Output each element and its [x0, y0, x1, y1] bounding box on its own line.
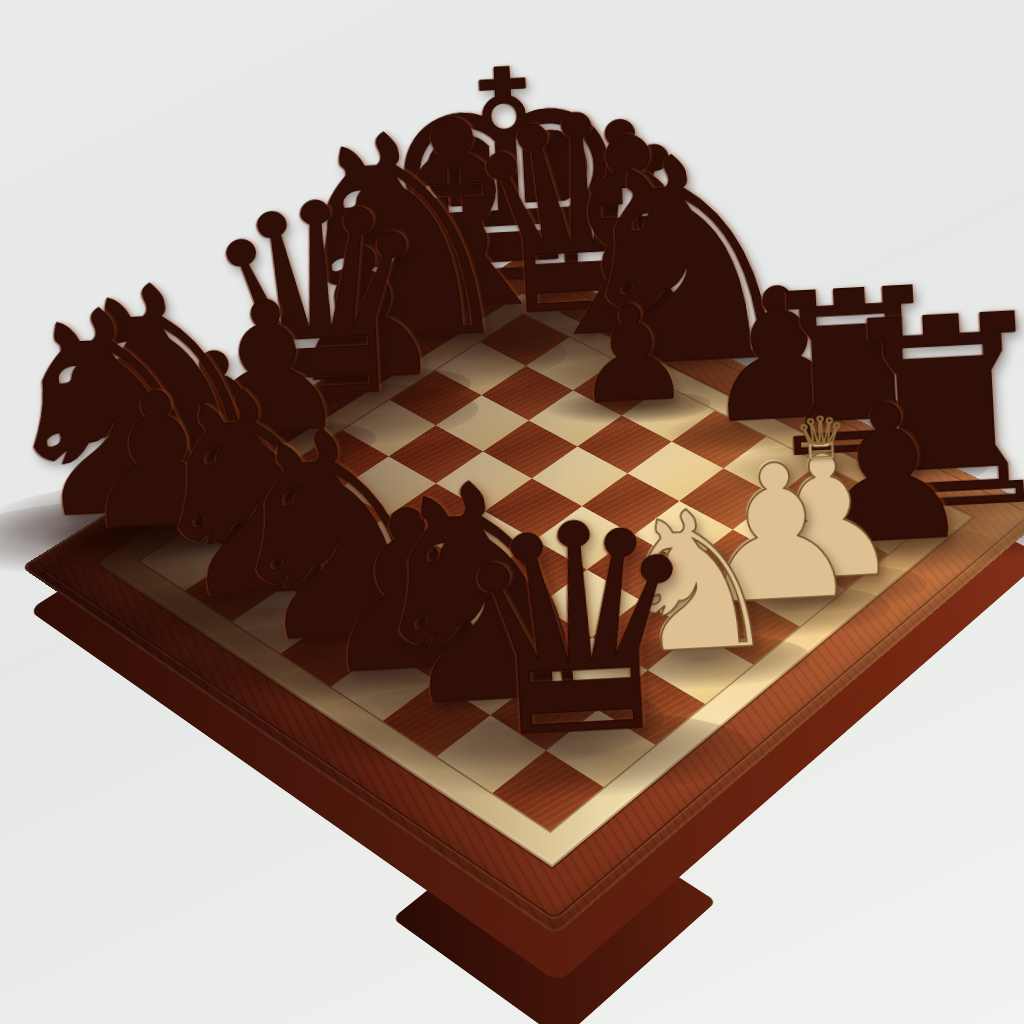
board-border-strip: ♚♝♛♞♝♟♞♛♟♟♟♟♜♞♞♟♜♟♞♟♕♟♞♞♟♞♛ — [97, 293, 973, 867]
scene-background: ♚♝♛♞♝♟♞♛♟♟♟♟♜♞♞♟♜♟♞♟♕♟♞♞♟♞♛ — [0, 0, 1024, 1024]
board-frame: ♚♝♛♞♝♟♞♛♟♟♟♟♜♞♞♟♜♟♞♟♕♟♞♞♟♞♛ — [21, 256, 1024, 935]
dark-pawn-glyph: ♟ — [570, 292, 694, 419]
chess-board: ♚♝♛♞♝♟♞♛♟♟♟♟♜♞♞♟♜♟♞♟♕♟♞♞♟♞♛ — [21, 256, 1024, 935]
dark-queen-glyph: ♛ — [442, 492, 713, 770]
